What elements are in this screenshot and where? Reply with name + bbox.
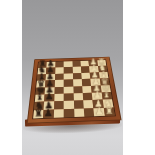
board-square bbox=[64, 93, 74, 101]
board-square: ♜ bbox=[33, 110, 44, 119]
piece-black-pawn: ♟ bbox=[44, 108, 53, 118]
board-scene: ♜♟♟♜♞♟♟♞♝♟♟♝♛♟♟♛♚♟♟♚♝♟♟♝♞♟♟♞♜♟♟♜ bbox=[23, 24, 121, 123]
board-square: ♟ bbox=[43, 109, 53, 118]
board-square: ♜ bbox=[103, 107, 114, 116]
piece-white-pawn: ♟ bbox=[95, 106, 104, 116]
board-square bbox=[54, 109, 64, 118]
board-square bbox=[64, 109, 74, 118]
board-square bbox=[74, 108, 84, 117]
photo-backdrop: ♜♟♟♜♞♟♟♞♝♟♟♝♛♟♟♛♚♟♟♚♝♟♟♝♞♟♟♞♜♟♟♜ bbox=[0, 0, 155, 155]
board-square: ♟ bbox=[94, 108, 105, 117]
board-squares: ♜♟♟♜♞♟♟♞♝♟♟♝♛♟♟♛♚♟♟♚♝♟♟♝♞♟♟♞♜♟♟♜ bbox=[32, 59, 116, 119]
chess-board: ♜♟♟♜♞♟♟♞♝♟♟♝♛♟♟♛♚♟♟♚♝♟♟♝♞♟♟♞♜♟♟♜ bbox=[27, 57, 122, 124]
photo-area: ♜♟♟♜♞♟♟♞♝♟♟♝♛♟♟♛♚♟♟♚♝♟♟♝♞♟♟♞♜♟♟♜ bbox=[22, 0, 123, 155]
piece-white-rook: ♜ bbox=[105, 106, 114, 116]
board-square bbox=[54, 101, 64, 109]
board-square bbox=[83, 93, 93, 101]
piece-black-rook: ♜ bbox=[34, 108, 43, 118]
